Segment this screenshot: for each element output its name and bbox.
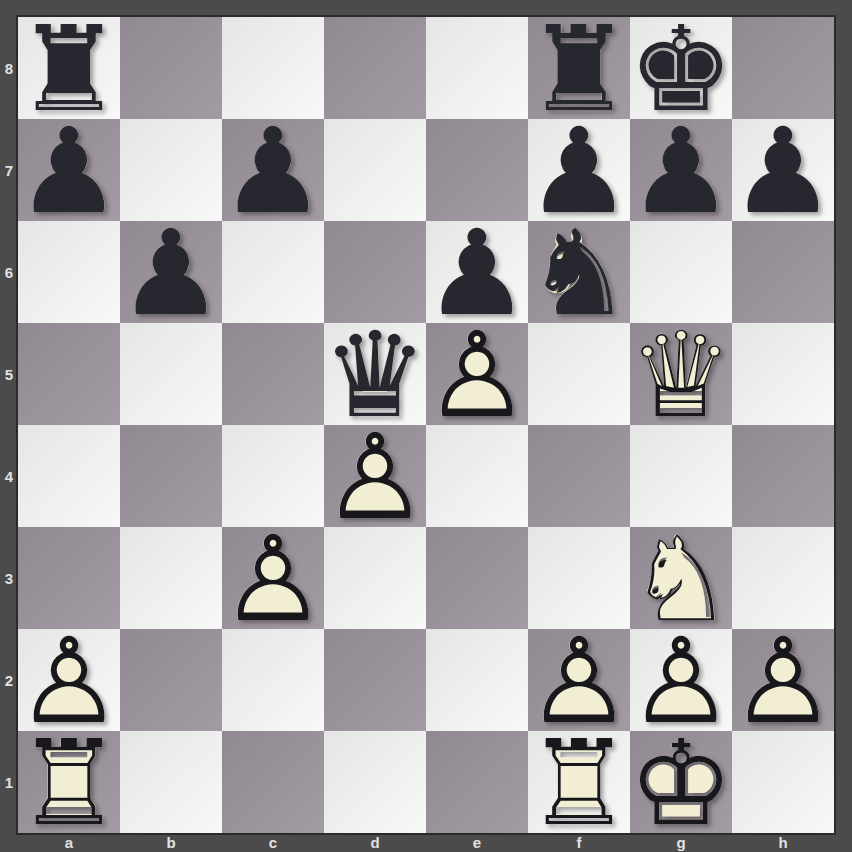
square-a5[interactable]	[18, 323, 120, 425]
square-a6[interactable]	[18, 221, 120, 323]
white-rook-a1[interactable]: ♜♖	[18, 731, 120, 833]
file-label-b: b	[120, 833, 222, 852]
square-g5[interactable]: ♛♕	[630, 323, 732, 425]
square-g1[interactable]: ♚♔	[630, 731, 732, 833]
white-rook-f1[interactable]: ♜♖	[528, 731, 630, 833]
square-e2[interactable]	[426, 629, 528, 731]
square-b3[interactable]	[120, 527, 222, 629]
square-e8[interactable]	[426, 17, 528, 119]
black-pawn-glyph: ♟	[18, 120, 120, 222]
file-label-d: d	[324, 833, 426, 852]
square-a1[interactable]: ♜♖	[18, 731, 120, 833]
square-f5[interactable]	[528, 323, 630, 425]
square-c7[interactable]: ♙♟	[222, 119, 324, 221]
rank-label-5: 5	[0, 323, 18, 425]
square-d2[interactable]	[324, 629, 426, 731]
square-d1[interactable]	[324, 731, 426, 833]
square-b6[interactable]: ♙♟	[120, 221, 222, 323]
square-h6[interactable]	[732, 221, 834, 323]
square-c6[interactable]	[222, 221, 324, 323]
black-pawn-a7[interactable]: ♙♟	[18, 119, 120, 221]
file-labels: abcdefgh	[18, 833, 834, 852]
square-b8[interactable]	[120, 17, 222, 119]
square-e3[interactable]	[426, 527, 528, 629]
white-pawn-glyph: ♙	[426, 324, 528, 426]
white-pawn-glyph: ♙	[222, 528, 324, 630]
black-pawn-glyph: ♟	[732, 120, 834, 222]
white-pawn-e5[interactable]: ♟♙	[426, 323, 528, 425]
square-c3[interactable]: ♟♙	[222, 527, 324, 629]
square-a4[interactable]	[18, 425, 120, 527]
black-pawn-glyph: ♟	[120, 222, 222, 324]
square-d8[interactable]	[324, 17, 426, 119]
rank-label-4: 4	[0, 425, 18, 527]
chess-board: ♖♜♖♜♔♚♙♟♙♟♙♟♙♟♙♟♙♟♙♟♘♞♕♛♟♙♛♕♟♙♟♙♞♘♟♙♟♙♟♙…	[18, 17, 834, 833]
file-label-c: c	[222, 833, 324, 852]
square-f6[interactable]: ♘♞	[528, 221, 630, 323]
square-f4[interactable]	[528, 425, 630, 527]
white-rook-glyph: ♖	[18, 732, 120, 834]
square-h4[interactable]	[732, 425, 834, 527]
file-label-g: g	[630, 833, 732, 852]
white-pawn-glyph: ♙	[732, 630, 834, 732]
square-h7[interactable]: ♙♟	[732, 119, 834, 221]
black-pawn-h7[interactable]: ♙♟	[732, 119, 834, 221]
white-queen-glyph: ♕	[630, 324, 732, 426]
square-e5[interactable]: ♟♙	[426, 323, 528, 425]
chess-board-frame: 87654321 ♖♜♖♜♔♚♙♟♙♟♙♟♙♟♙♟♙♟♙♟♘♞♕♛♟♙♛♕♟♙♟…	[0, 0, 852, 852]
white-pawn-d4[interactable]: ♟♙	[324, 425, 426, 527]
square-d7[interactable]	[324, 119, 426, 221]
white-rook-glyph: ♖	[528, 732, 630, 834]
black-pawn-c7[interactable]: ♙♟	[222, 119, 324, 221]
black-knight-glyph: ♞	[528, 222, 630, 324]
black-pawn-b6[interactable]: ♙♟	[120, 221, 222, 323]
black-pawn-g7[interactable]: ♙♟	[630, 119, 732, 221]
square-d4[interactable]: ♟♙	[324, 425, 426, 527]
square-h2[interactable]: ♟♙	[732, 629, 834, 731]
black-pawn-glyph: ♟	[222, 120, 324, 222]
file-label-e: e	[426, 833, 528, 852]
square-c1[interactable]	[222, 731, 324, 833]
white-pawn-c3[interactable]: ♟♙	[222, 527, 324, 629]
square-c5[interactable]	[222, 323, 324, 425]
square-h5[interactable]	[732, 323, 834, 425]
square-e4[interactable]	[426, 425, 528, 527]
file-label-f: f	[528, 833, 630, 852]
square-e1[interactable]	[426, 731, 528, 833]
square-h1[interactable]	[732, 731, 834, 833]
white-pawn-h2[interactable]: ♟♙	[732, 629, 834, 731]
square-b2[interactable]	[120, 629, 222, 731]
square-d3[interactable]	[324, 527, 426, 629]
square-g7[interactable]: ♙♟	[630, 119, 732, 221]
square-b1[interactable]	[120, 731, 222, 833]
white-pawn-glyph: ♙	[324, 426, 426, 528]
white-king-glyph: ♔	[630, 732, 732, 834]
square-c2[interactable]	[222, 629, 324, 731]
file-label-a: a	[18, 833, 120, 852]
square-f1[interactable]: ♜♖	[528, 731, 630, 833]
square-a7[interactable]: ♙♟	[18, 119, 120, 221]
black-pawn-glyph: ♟	[630, 120, 732, 222]
white-queen-g5[interactable]: ♛♕	[630, 323, 732, 425]
square-b4[interactable]	[120, 425, 222, 527]
square-b5[interactable]	[120, 323, 222, 425]
file-label-h: h	[732, 833, 834, 852]
black-knight-f6[interactable]: ♘♞	[528, 221, 630, 323]
white-king-g1[interactable]: ♚♔	[630, 731, 732, 833]
